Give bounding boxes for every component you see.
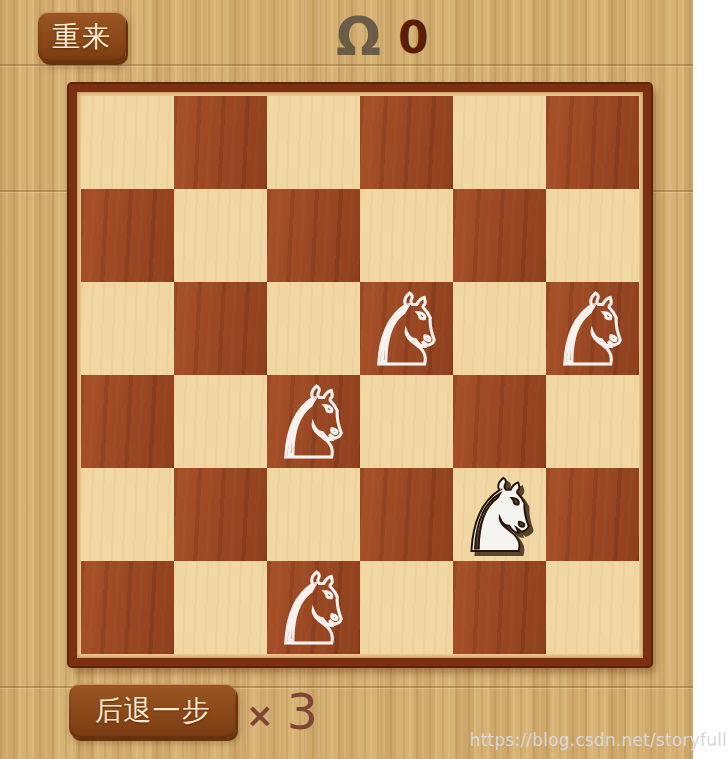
board-square[interactable]: ♞ bbox=[267, 375, 360, 468]
board-square[interactable] bbox=[174, 561, 267, 654]
board-square[interactable]: ♞ bbox=[360, 282, 453, 375]
board-square[interactable] bbox=[81, 189, 174, 282]
board-square[interactable]: ♞ bbox=[453, 468, 546, 561]
board-square[interactable] bbox=[174, 375, 267, 468]
undo-button[interactable]: 后退一步 bbox=[69, 684, 236, 738]
board-square[interactable] bbox=[546, 189, 639, 282]
board-square[interactable] bbox=[360, 375, 453, 468]
knight-glyph: ♞ bbox=[549, 282, 636, 379]
board-square[interactable] bbox=[267, 189, 360, 282]
board-square[interactable] bbox=[174, 468, 267, 561]
watermark-url: https://blog.csdn.net/storyfull bbox=[470, 730, 727, 750]
board-square[interactable] bbox=[546, 96, 639, 189]
board-square[interactable] bbox=[267, 96, 360, 189]
board-square[interactable] bbox=[267, 468, 360, 561]
board-square[interactable] bbox=[453, 96, 546, 189]
knight-glyph: ♞ bbox=[455, 467, 545, 567]
ghost-knight-outline: ♞ bbox=[267, 375, 360, 468]
board-square[interactable] bbox=[81, 96, 174, 189]
ghost-knight-outline: ♞ bbox=[360, 282, 453, 375]
knight-glyph: ♞ bbox=[270, 375, 357, 472]
board-square[interactable] bbox=[453, 375, 546, 468]
ghost-knight-outline: ♞ bbox=[546, 282, 639, 375]
board-square[interactable] bbox=[546, 468, 639, 561]
board-square[interactable]: ♞ bbox=[267, 561, 360, 654]
board-square[interactable] bbox=[174, 96, 267, 189]
undo-count-value: 3 bbox=[287, 688, 318, 737]
board-square[interactable] bbox=[453, 189, 546, 282]
board-grid: ♞♞♞♞♞ bbox=[81, 96, 639, 654]
chess-board: ♞♞♞♞♞ bbox=[69, 84, 651, 666]
board-square[interactable] bbox=[360, 189, 453, 282]
undo-remaining: × 3 bbox=[246, 688, 318, 737]
board-square[interactable] bbox=[360, 561, 453, 654]
knight-glyph: ♞ bbox=[270, 561, 357, 658]
horseshoe-icon: Ω bbox=[336, 10, 381, 63]
ghost-knight-outline: ♞ bbox=[267, 561, 360, 654]
multiply-sign: × bbox=[246, 699, 274, 732]
knight-glyph: ♞ bbox=[363, 282, 450, 379]
white-knight-piece[interactable]: ♞ bbox=[453, 468, 546, 561]
board-square[interactable] bbox=[174, 282, 267, 375]
board-square[interactable] bbox=[81, 282, 174, 375]
move-count-value: 0 bbox=[398, 16, 429, 60]
board-square[interactable]: ♞ bbox=[546, 282, 639, 375]
board-square[interactable] bbox=[453, 282, 546, 375]
board-square[interactable] bbox=[81, 561, 174, 654]
game-app: 重来 Ω 0 ♞♞♞♞♞ 后退一步 × 3 bbox=[0, 0, 693, 759]
board-square[interactable] bbox=[81, 468, 174, 561]
board-square[interactable] bbox=[174, 189, 267, 282]
board-square[interactable] bbox=[360, 468, 453, 561]
board-square[interactable] bbox=[546, 561, 639, 654]
board-square[interactable] bbox=[81, 375, 174, 468]
board-square[interactable] bbox=[546, 375, 639, 468]
move-counter: Ω 0 bbox=[336, 12, 429, 64]
restart-button[interactable]: 重来 bbox=[38, 12, 126, 62]
board-square[interactable] bbox=[453, 561, 546, 654]
board-square[interactable] bbox=[360, 96, 453, 189]
board-square[interactable] bbox=[267, 282, 360, 375]
